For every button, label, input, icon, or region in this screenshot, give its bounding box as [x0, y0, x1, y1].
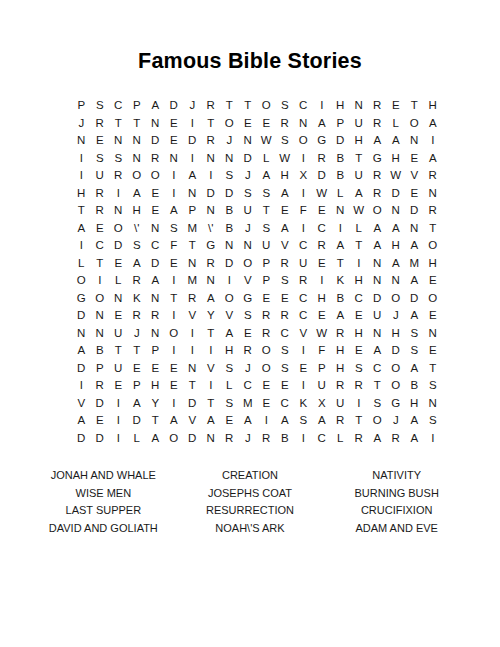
- grid-cell: H: [350, 272, 369, 290]
- grid-cell: U: [350, 167, 369, 185]
- grid-cell: S: [239, 307, 258, 325]
- grid-cell: A: [368, 132, 387, 150]
- grid-cell: A: [202, 290, 221, 308]
- grid-cell: E: [146, 360, 165, 378]
- grid-cell: O: [257, 97, 276, 115]
- grid-cell: U: [109, 360, 128, 378]
- word-list: JONAH AND WHALECREATIONNATIVITYWISE MENJ…: [30, 467, 470, 537]
- grid-cell: A: [331, 307, 350, 325]
- grid-cell: T: [350, 150, 369, 168]
- grid-cell: A: [183, 167, 202, 185]
- grid-cell: T: [257, 202, 276, 220]
- grid-cell: E: [276, 290, 295, 308]
- puzzle-page: Famous Bible Stories PSCPADJRTTOSCIHNRET…: [0, 0, 500, 647]
- grid-cell: N: [220, 237, 239, 255]
- grid-cell: A: [72, 220, 91, 238]
- grid-cell: C: [109, 97, 128, 115]
- grid-cell: R: [128, 272, 147, 290]
- grid-cell: L: [109, 272, 128, 290]
- word-list-item: NATIVITY: [323, 467, 470, 485]
- grid-cell: R: [424, 167, 443, 185]
- grid-cell: U: [109, 325, 128, 343]
- grid-cell: I: [183, 150, 202, 168]
- grid-cell: I: [183, 115, 202, 133]
- grid-cell: C: [276, 325, 295, 343]
- grid-cell: W: [257, 132, 276, 150]
- grid-cell: J: [239, 220, 258, 238]
- grid-cell: N: [165, 150, 184, 168]
- grid-cell: O: [368, 202, 387, 220]
- grid-cell: R: [313, 150, 332, 168]
- grid-cell: J: [239, 360, 258, 378]
- grid-cell: I: [294, 150, 313, 168]
- grid-cell: N: [183, 185, 202, 203]
- grid-cell: U: [239, 202, 258, 220]
- grid-cell: P: [183, 202, 202, 220]
- grid-cell: O: [165, 430, 184, 448]
- grid-cell: E: [405, 150, 424, 168]
- grid-cell: N: [368, 272, 387, 290]
- grid-cell: O: [405, 115, 424, 133]
- grid-cell: W: [276, 150, 295, 168]
- grid-cell: N: [109, 132, 128, 150]
- grid-cell: C: [294, 97, 313, 115]
- grid-cell: A: [313, 412, 332, 430]
- grid-cell: O: [146, 167, 165, 185]
- grid-cell: U: [331, 395, 350, 413]
- grid-cell: D: [165, 97, 184, 115]
- grid-cell: I: [165, 272, 184, 290]
- grid-cell: A: [128, 395, 147, 413]
- grid-cell: A: [405, 272, 424, 290]
- grid-cell: S: [350, 360, 369, 378]
- grid-cell: L: [350, 220, 369, 238]
- grid-cell: E: [91, 220, 110, 238]
- grid-cell: S: [424, 377, 443, 395]
- grid-cell: R: [313, 237, 332, 255]
- grid-cell: D: [220, 185, 239, 203]
- grid-cell: C: [368, 360, 387, 378]
- grid-cell: E: [109, 377, 128, 395]
- grid-cell: M: [183, 220, 202, 238]
- grid-cell: G: [368, 150, 387, 168]
- grid-cell: A: [405, 237, 424, 255]
- grid-cell: O: [368, 412, 387, 430]
- grid-cell: A: [368, 430, 387, 448]
- grid-cell: I: [72, 237, 91, 255]
- grid-cell: P: [313, 360, 332, 378]
- grid-cell: A: [72, 412, 91, 430]
- grid-cell: V: [276, 237, 295, 255]
- grid-cell: O: [387, 377, 406, 395]
- grid-cell: T: [146, 412, 165, 430]
- grid-cell: B: [331, 290, 350, 308]
- word-grid: PSCPADJRTTOSCIHNRETHJRTTNEITOEERNAPURLOA…: [72, 97, 442, 447]
- grid-cell: R: [146, 307, 165, 325]
- grid-cell: R: [368, 167, 387, 185]
- grid-cell: R: [276, 115, 295, 133]
- grid-cell: S: [91, 97, 110, 115]
- word-list-item: ADAM AND EVE: [323, 520, 470, 538]
- grid-cell: N: [202, 202, 221, 220]
- grid-cell: H: [405, 395, 424, 413]
- grid-cell: R: [331, 377, 350, 395]
- grid-cell: U: [313, 377, 332, 395]
- grid-cell: D: [183, 132, 202, 150]
- grid-cell: R: [387, 430, 406, 448]
- grid-cell: N: [91, 325, 110, 343]
- grid-cell: S: [424, 412, 443, 430]
- grid-cell: J: [183, 97, 202, 115]
- grid-cell: D: [405, 202, 424, 220]
- grid-cell: E: [220, 412, 239, 430]
- grid-cell: R: [91, 115, 110, 133]
- grid-cell: A: [387, 220, 406, 238]
- grid-cell: N: [424, 395, 443, 413]
- grid-cell: N: [387, 202, 406, 220]
- word-list-item: WISE MEN: [30, 485, 177, 503]
- grid-cell: A: [72, 342, 91, 360]
- grid-cell: O: [257, 342, 276, 360]
- grid-cell: T: [202, 395, 221, 413]
- grid-cell: I: [183, 342, 202, 360]
- grid-cell: N: [331, 202, 350, 220]
- grid-cell: W: [387, 167, 406, 185]
- grid-cell: E: [146, 185, 165, 203]
- grid-cell: L: [72, 255, 91, 273]
- grid-cell: E: [405, 185, 424, 203]
- grid-cell: B: [276, 430, 295, 448]
- grid-cell: R: [257, 430, 276, 448]
- grid-cell: D: [387, 342, 406, 360]
- grid-cell: N: [109, 202, 128, 220]
- grid-cell: Y: [202, 307, 221, 325]
- grid-cell: H: [350, 325, 369, 343]
- grid-cell: R: [350, 430, 369, 448]
- grid-cell: D: [183, 395, 202, 413]
- grid-cell: C: [350, 290, 369, 308]
- grid-cell: T: [109, 342, 128, 360]
- grid-cell: K: [294, 395, 313, 413]
- grid-cell: R: [368, 97, 387, 115]
- grid-cell: U: [350, 115, 369, 133]
- grid-cell: O: [220, 290, 239, 308]
- grid-cell: N: [202, 430, 221, 448]
- grid-cell: R: [146, 150, 165, 168]
- grid-cell: M: [405, 255, 424, 273]
- grid-cell: N: [387, 272, 406, 290]
- grid-cell: D: [109, 237, 128, 255]
- grid-cell: R: [331, 412, 350, 430]
- word-list-item: DAVID AND GOLIATH: [30, 520, 177, 538]
- grid-cell: E: [294, 360, 313, 378]
- grid-cell: A: [202, 412, 221, 430]
- grid-cell: E: [313, 202, 332, 220]
- grid-cell: D: [128, 412, 147, 430]
- grid-cell: X: [294, 167, 313, 185]
- grid-cell: J: [387, 412, 406, 430]
- grid-cell: D: [220, 255, 239, 273]
- word-list-item: CREATION: [177, 467, 324, 485]
- grid-cell: D: [72, 360, 91, 378]
- grid-cell: N: [146, 220, 165, 238]
- grid-cell: I: [294, 430, 313, 448]
- grid-cell: I: [294, 185, 313, 203]
- grid-cell: P: [128, 97, 147, 115]
- grid-cell: R: [128, 307, 147, 325]
- grid-cell: E: [350, 307, 369, 325]
- grid-cell: N: [72, 132, 91, 150]
- grid-cell: T: [331, 255, 350, 273]
- grid-cell: T: [405, 97, 424, 115]
- grid-cell: A: [165, 412, 184, 430]
- grid-cell: T: [239, 97, 258, 115]
- grid-cell: R: [91, 377, 110, 395]
- grid-cell: O: [72, 272, 91, 290]
- grid-cell: S: [276, 132, 295, 150]
- grid-cell: E: [424, 342, 443, 360]
- grid-cell: P: [128, 377, 147, 395]
- grid-cell: T: [350, 412, 369, 430]
- grid-cell: A: [424, 115, 443, 133]
- grid-cell: U: [257, 237, 276, 255]
- grid-cell: U: [294, 255, 313, 273]
- grid-cell: T: [183, 377, 202, 395]
- grid-cell: F: [165, 237, 184, 255]
- grid-cell: I: [109, 430, 128, 448]
- grid-cell: N: [146, 325, 165, 343]
- grid-cell: R: [202, 132, 221, 150]
- grid-cell: U: [91, 167, 110, 185]
- grid-cell: K: [128, 290, 147, 308]
- grid-cell: A: [313, 115, 332, 133]
- word-list-item: JONAH AND WHALE: [30, 467, 177, 485]
- grid-cell: I: [350, 395, 369, 413]
- grid-cell: E: [165, 360, 184, 378]
- grid-cell: A: [387, 255, 406, 273]
- grid-cell: T: [368, 377, 387, 395]
- grid-cell: A: [128, 185, 147, 203]
- grid-cell: O: [220, 115, 239, 133]
- grid-cell: R: [239, 342, 258, 360]
- grid-cell: S: [91, 150, 110, 168]
- grid-cell: H: [146, 377, 165, 395]
- grid-cell: I: [350, 255, 369, 273]
- grid-cell: A: [165, 202, 184, 220]
- grid-cell: G: [202, 237, 221, 255]
- grid-cell: I: [202, 342, 221, 360]
- grid-cell: T: [183, 237, 202, 255]
- grid-cell: O: [387, 290, 406, 308]
- grid-cell: C: [313, 220, 332, 238]
- grid-cell: P: [91, 360, 110, 378]
- grid-cell: B: [331, 150, 350, 168]
- grid-cell: N: [368, 325, 387, 343]
- grid-cell: G: [387, 395, 406, 413]
- grid-cell: R: [109, 167, 128, 185]
- grid-cell: P: [257, 272, 276, 290]
- grid-cell: O: [257, 360, 276, 378]
- grid-cell: P: [72, 97, 91, 115]
- grid-cell: H: [331, 97, 350, 115]
- grid-cell: E: [276, 202, 295, 220]
- grid-cell: S: [368, 395, 387, 413]
- grid-cell: A: [146, 430, 165, 448]
- grid-cell: A: [276, 220, 295, 238]
- grid-cell: E: [91, 412, 110, 430]
- grid-cell: E: [424, 272, 443, 290]
- grid-cell: E: [109, 255, 128, 273]
- grid-cell: I: [165, 395, 184, 413]
- grid-cell: B: [331, 167, 350, 185]
- grid-cell: N: [239, 237, 258, 255]
- grid-cell: R: [183, 290, 202, 308]
- grid-cell: I: [294, 220, 313, 238]
- word-list-item: LAST SUPPER: [30, 502, 177, 520]
- grid-cell: I: [72, 150, 91, 168]
- grid-cell: T: [424, 220, 443, 238]
- grid-cell: I: [72, 377, 91, 395]
- grid-cell: E: [165, 377, 184, 395]
- grid-cell: A: [146, 272, 165, 290]
- grid-cell: V: [202, 360, 221, 378]
- grid-cell: X: [313, 395, 332, 413]
- grid-cell: E: [165, 255, 184, 273]
- grid-cell: P: [257, 255, 276, 273]
- grid-cell: S: [294, 412, 313, 430]
- grid-cell: D: [91, 430, 110, 448]
- grid-cell: F: [294, 202, 313, 220]
- grid-cell: S: [220, 360, 239, 378]
- grid-cell: H: [72, 185, 91, 203]
- grid-cell: O: [128, 167, 147, 185]
- grid-cell: I: [220, 272, 239, 290]
- grid-cell: R: [368, 185, 387, 203]
- grid-cell: J: [220, 132, 239, 150]
- grid-cell: A: [276, 185, 295, 203]
- grid-cell: W: [350, 202, 369, 220]
- grid-cell: S: [109, 150, 128, 168]
- grid-cell: H: [331, 360, 350, 378]
- grid-cell: G: [239, 290, 258, 308]
- grid-cell: R: [91, 202, 110, 220]
- word-list-item: CRUCIFIXION: [323, 502, 470, 520]
- grid-cell: D: [313, 167, 332, 185]
- grid-cell: A: [368, 342, 387, 360]
- grid-cell: D: [146, 255, 165, 273]
- grid-cell: I: [313, 272, 332, 290]
- grid-cell: A: [239, 412, 258, 430]
- grid-cell: E: [257, 395, 276, 413]
- grid-cell: E: [128, 360, 147, 378]
- grid-cell: T: [109, 115, 128, 133]
- grid-cell: T: [202, 115, 221, 133]
- grid-cell: N: [350, 97, 369, 115]
- grid-cell: E: [313, 255, 332, 273]
- grid-cell: O: [165, 325, 184, 343]
- grid-cell: A: [387, 132, 406, 150]
- grid-cell: E: [387, 97, 406, 115]
- grid-cell: O: [424, 290, 443, 308]
- grid-cell: A: [146, 97, 165, 115]
- word-list-item: NOAH\'S ARK: [177, 520, 324, 538]
- word-list-item: JOSEPHS COAT: [177, 485, 324, 503]
- grid-cell: A: [368, 237, 387, 255]
- grid-cell: A: [350, 185, 369, 203]
- grid-cell: R: [424, 202, 443, 220]
- grid-cell: R: [202, 97, 221, 115]
- grid-cell: \': [202, 220, 221, 238]
- grid-cell: S: [165, 220, 184, 238]
- grid-cell: R: [350, 377, 369, 395]
- grid-cell: N: [128, 150, 147, 168]
- grid-cell: D: [91, 395, 110, 413]
- grid-cell: H: [424, 255, 443, 273]
- grid-cell: N: [91, 307, 110, 325]
- grid-cell: J: [239, 167, 258, 185]
- grid-cell: B: [220, 220, 239, 238]
- grid-cell: E: [313, 307, 332, 325]
- grid-cell: S: [276, 97, 295, 115]
- grid-cell: A: [276, 412, 295, 430]
- grid-cell: T: [220, 97, 239, 115]
- grid-cell: S: [220, 395, 239, 413]
- grid-cell: E: [424, 307, 443, 325]
- grid-cell: \': [128, 220, 147, 238]
- grid-cell: I: [72, 167, 91, 185]
- grid-cell: E: [239, 115, 258, 133]
- grid-cell: R: [202, 255, 221, 273]
- grid-cell: C: [146, 237, 165, 255]
- grid-cell: I: [313, 97, 332, 115]
- grid-cell: H: [387, 150, 406, 168]
- grid-cell: D: [387, 185, 406, 203]
- grid-cell: L: [220, 377, 239, 395]
- grid-cell: V: [183, 307, 202, 325]
- grid-cell: S: [257, 185, 276, 203]
- grid-cell: A: [257, 167, 276, 185]
- grid-cell: I: [294, 377, 313, 395]
- grid-cell: W: [313, 325, 332, 343]
- grid-cell: I: [165, 185, 184, 203]
- grid-cell: J: [239, 430, 258, 448]
- grid-cell: D: [368, 290, 387, 308]
- grid-cell: N: [220, 150, 239, 168]
- grid-cell: E: [257, 290, 276, 308]
- grid-cell: D: [72, 430, 91, 448]
- grid-cell: E: [91, 132, 110, 150]
- word-list-item: RESURRECTION: [177, 502, 324, 520]
- grid-cell: J: [128, 325, 147, 343]
- grid-cell: N: [294, 115, 313, 133]
- grid-cell: N: [72, 325, 91, 343]
- grid-cell: H: [424, 97, 443, 115]
- grid-cell: D: [72, 307, 91, 325]
- grid-cell: S: [276, 272, 295, 290]
- grid-cell: N: [368, 255, 387, 273]
- grid-cell: L: [387, 115, 406, 133]
- grid-cell: V: [72, 395, 91, 413]
- grid-cell: N: [183, 360, 202, 378]
- grid-cell: V: [294, 325, 313, 343]
- grid-cell: R: [276, 307, 295, 325]
- grid-cell: A: [368, 220, 387, 238]
- grid-cell: N: [239, 132, 258, 150]
- grid-cell: M: [239, 395, 258, 413]
- grid-cell: I: [424, 430, 443, 448]
- grid-cell: I: [257, 412, 276, 430]
- grid-cell: S: [405, 325, 424, 343]
